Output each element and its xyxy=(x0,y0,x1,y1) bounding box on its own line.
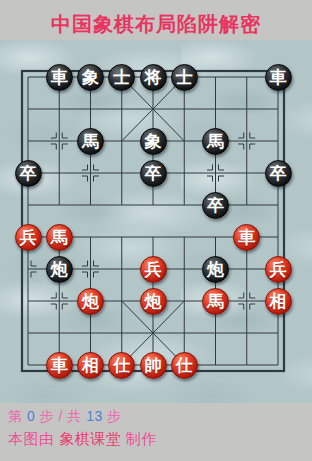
credit-brand: 象棋课堂 xyxy=(59,430,121,447)
piece-red-cannon[interactable]: 炮 xyxy=(77,288,104,315)
piece-red-horse[interactable]: 馬 xyxy=(46,224,73,251)
piece-red-elephant[interactable]: 相 xyxy=(265,288,292,315)
piece-black-cannon[interactable]: 炮 xyxy=(46,256,73,283)
piece-red-chariot[interactable]: 車 xyxy=(46,352,73,379)
piece-black-general[interactable]: 将 xyxy=(140,64,167,91)
piece-red-elephant[interactable]: 相 xyxy=(77,352,104,379)
step-label-mid: 步 / 共 xyxy=(35,408,86,424)
piece-red-cannon[interactable]: 炮 xyxy=(140,288,167,315)
pieces-layer: 車象士将士車馬象馬卒卒卒卒兵馬車炮兵炮兵炮炮馬相車相仕帥仕 xyxy=(0,40,312,403)
piece-black-horse[interactable]: 馬 xyxy=(202,128,229,155)
step-label-suffix: 步 xyxy=(103,408,122,424)
piece-black-advisor[interactable]: 士 xyxy=(171,64,198,91)
credit-suffix: 制作 xyxy=(121,430,157,447)
piece-red-soldier[interactable]: 兵 xyxy=(140,256,167,283)
piece-red-advisor[interactable]: 仕 xyxy=(108,352,135,379)
piece-black-advisor[interactable]: 士 xyxy=(108,64,135,91)
piece-black-soldier[interactable]: 卒 xyxy=(15,160,42,187)
piece-red-advisor[interactable]: 仕 xyxy=(171,352,198,379)
piece-black-soldier[interactable]: 卒 xyxy=(202,192,229,219)
xiangqi-board[interactable]: 車象士将士車馬象馬卒卒卒卒兵馬車炮兵炮兵炮炮馬相車相仕帥仕 xyxy=(0,40,312,403)
page-title: 中国象棋布局陷阱解密 xyxy=(0,11,312,38)
step-label-prefix: 第 xyxy=(8,408,27,424)
piece-black-chariot[interactable]: 車 xyxy=(46,64,73,91)
piece-black-elephant[interactable]: 象 xyxy=(140,128,167,155)
piece-black-soldier[interactable]: 卒 xyxy=(140,160,167,187)
piece-red-chariot[interactable]: 車 xyxy=(233,224,260,251)
credit-prefix: 本图由 xyxy=(8,430,59,447)
app-window: 中国象棋布局陷阱解密 車象士将士車馬象馬卒卒卒卒兵馬車炮兵炮兵炮炮馬相車相仕帥仕… xyxy=(0,0,312,461)
current-step-number: 0 xyxy=(27,408,35,424)
piece-black-cannon[interactable]: 炮 xyxy=(202,256,229,283)
piece-black-horse[interactable]: 馬 xyxy=(77,128,104,155)
piece-red-horse[interactable]: 馬 xyxy=(202,288,229,315)
piece-black-elephant[interactable]: 象 xyxy=(77,64,104,91)
piece-red-soldier[interactable]: 兵 xyxy=(15,224,42,251)
step-counter: 第 0 步 / 共 13 步 xyxy=(8,406,122,426)
total-steps-number: 13 xyxy=(86,408,103,424)
piece-red-general[interactable]: 帥 xyxy=(140,352,167,379)
piece-black-chariot[interactable]: 車 xyxy=(265,64,292,91)
credit-line: 本图由 象棋课堂 制作 xyxy=(8,428,157,449)
piece-black-soldier[interactable]: 卒 xyxy=(265,160,292,187)
piece-red-soldier[interactable]: 兵 xyxy=(265,256,292,283)
